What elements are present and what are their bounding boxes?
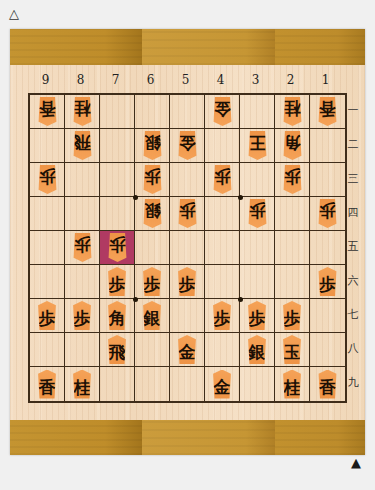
piece-glyph: 歩 [249,307,266,330]
file-label-7: 7 [98,71,133,89]
cell-4一[interactable]: 金 [205,95,240,129]
cell-9二[interactable] [30,129,65,163]
piece-gote-pawn[interactable]: 歩 [139,165,166,194]
cell-1八[interactable] [310,333,345,367]
piece-sente-pawn[interactable]: 歩 [34,301,61,330]
cell-6七[interactable]: 銀 [135,299,170,333]
file-label-5: 5 [168,71,203,89]
piece-gote-pawn[interactable]: 歩 [104,233,131,262]
cell-8九[interactable]: 桂 [65,367,100,401]
piece-glyph: 歩 [109,233,126,256]
cell-9四[interactable] [30,197,65,231]
cell-1二[interactable] [310,129,345,163]
piece-sente-lance[interactable]: 香 [34,370,61,399]
cell-4六[interactable] [205,265,240,299]
piece-gote-lance[interactable]: 香 [314,97,341,126]
piece-glyph: 歩 [39,165,56,188]
piece-glyph: 歩 [39,307,56,330]
cell-2七[interactable]: 歩 [275,299,310,333]
cell-8五[interactable]: 歩 [65,231,100,265]
cell-3七[interactable]: 歩 [240,299,275,333]
piece-sente-gold[interactable]: 金 [174,335,201,364]
piece-glyph: 歩 [74,307,91,330]
piece-glyph: 歩 [214,165,231,188]
piece-sente-pawn[interactable]: 歩 [209,301,236,330]
file-labels: 987654321 [28,71,343,89]
rank-label-9: 九 [344,365,362,399]
cell-3三[interactable] [240,163,275,197]
piece-gote-knight[interactable]: 桂 [69,97,96,126]
cell-2五[interactable] [275,231,310,265]
piece-glyph: 歩 [144,273,161,296]
cell-4四[interactable] [205,197,240,231]
piece-sente-pawn[interactable]: 歩 [314,267,341,296]
piece-sente-rook[interactable]: 飛 [104,335,131,364]
cell-4三[interactable]: 歩 [205,163,240,197]
piece-gote-pawn[interactable]: 歩 [244,199,271,228]
cell-1六[interactable]: 歩 [310,265,345,299]
cell-5三[interactable] [170,163,205,197]
cell-5六[interactable]: 歩 [170,265,205,299]
piece-glyph: 金 [214,97,231,120]
cell-3一[interactable] [240,95,275,129]
cell-6九[interactable] [135,367,170,401]
piece-sente-pawn[interactable]: 歩 [69,301,96,330]
piece-sente-pawn[interactable]: 歩 [104,267,131,296]
piece-glyph: 金 [214,376,231,399]
cell-3九[interactable] [240,367,275,401]
cell-2一[interactable]: 桂 [275,95,310,129]
cell-1七[interactable] [310,299,345,333]
piece-sente-silver[interactable]: 銀 [139,301,166,330]
cell-8一[interactable]: 桂 [65,95,100,129]
piece-glyph: 香 [39,97,56,120]
cell-8八[interactable] [65,333,100,367]
frame-wood-segment [275,420,365,455]
piece-glyph: 歩 [319,273,336,296]
piece-sente-knight[interactable]: 桂 [279,370,306,399]
piece-gote-bishop[interactable]: 角 [279,131,306,160]
cell-8四[interactable] [65,197,100,231]
cell-2六[interactable] [275,265,310,299]
piece-glyph: 歩 [179,273,196,296]
piece-sente-pawn[interactable]: 歩 [139,267,166,296]
cell-3六[interactable] [240,265,275,299]
piece-glyph: 香 [39,376,56,399]
piece-sente-pawn[interactable]: 歩 [174,267,201,296]
star-point [133,195,138,200]
piece-gote-silver[interactable]: 銀 [139,131,166,160]
cell-3四[interactable]: 歩 [240,197,275,231]
rank-label-1: 一 [344,93,362,127]
cell-7九[interactable] [100,367,135,401]
cell-4五[interactable] [205,231,240,265]
piece-glyph: 歩 [179,199,196,222]
piece-glyph: 歩 [249,199,266,222]
cell-8六[interactable] [65,265,100,299]
file-label-8: 8 [63,71,98,89]
cell-7六[interactable]: 歩 [100,265,135,299]
piece-glyph: 角 [109,307,126,330]
cell-7二[interactable] [100,129,135,163]
star-point [133,297,138,302]
cell-5七[interactable] [170,299,205,333]
board-frame-top [10,29,365,65]
cell-1四[interactable]: 歩 [310,197,345,231]
cell-1三[interactable] [310,163,345,197]
cell-4二[interactable] [205,129,240,163]
cell-2二[interactable]: 角 [275,129,310,163]
cell-6三[interactable]: 歩 [135,163,170,197]
piece-glyph: 歩 [74,233,91,256]
piece-glyph: 歩 [144,165,161,188]
board-frame-bottom [10,420,365,455]
piece-gote-pawn[interactable]: 歩 [34,165,61,194]
piece-gote-pawn[interactable]: 歩 [174,199,201,228]
cell-6二[interactable]: 銀 [135,129,170,163]
cell-6四[interactable]: 銀 [135,197,170,231]
rank-label-5: 五 [344,229,362,263]
cell-6六[interactable]: 歩 [135,265,170,299]
piece-glyph: 王 [249,131,266,154]
cell-2三[interactable]: 歩 [275,163,310,197]
piece-glyph: 飛 [74,131,91,154]
rank-label-7: 七 [344,297,362,331]
rank-label-6: 六 [344,263,362,297]
rank-label-4: 四 [344,195,362,229]
board-grid: 香桂金桂香飛銀金王角歩歩歩歩銀歩歩歩歩歩歩歩歩歩歩歩角銀歩歩歩飛金銀玉香桂金桂香 [28,93,347,403]
gote-turn-indicator: △ [9,7,19,20]
piece-glyph: 桂 [284,97,301,120]
cell-8二[interactable]: 飛 [65,129,100,163]
piece-sente-pawn[interactable]: 歩 [244,301,271,330]
rank-label-3: 三 [344,161,362,195]
cell-3八[interactable]: 銀 [240,333,275,367]
rank-labels: 一二三四五六七八九 [344,93,362,399]
piece-glyph: 金 [179,131,196,154]
cell-9一[interactable]: 香 [30,95,65,129]
piece-sente-bishop[interactable]: 角 [104,301,131,330]
cell-8三[interactable] [65,163,100,197]
piece-glyph: 歩 [214,307,231,330]
frame-wood-segment [275,29,365,65]
frame-wood-segment [10,29,142,65]
piece-sente-pawn[interactable]: 歩 [279,301,306,330]
cell-5四[interactable]: 歩 [170,197,205,231]
cell-2八[interactable]: 玉 [275,333,310,367]
file-label-1: 1 [308,71,343,89]
cell-7五[interactable]: 歩 [100,231,135,265]
piece-gote-pawn[interactable]: 歩 [209,165,236,194]
piece-glyph: 香 [319,376,336,399]
cell-6五[interactable] [135,231,170,265]
cell-1五[interactable] [310,231,345,265]
piece-gote-pawn[interactable]: 歩 [314,199,341,228]
file-label-3: 3 [238,71,273,89]
cell-7八[interactable]: 飛 [100,333,135,367]
file-label-6: 6 [133,71,168,89]
piece-glyph: 玉 [284,341,301,364]
piece-glyph: 香 [319,97,336,120]
piece-glyph: 銀 [144,131,161,154]
cell-6八[interactable] [135,333,170,367]
shogi-board: 987654321 香桂金桂香飛銀金王角歩歩歩歩銀歩歩歩歩歩歩歩歩歩歩歩角銀歩歩… [10,29,365,455]
piece-glyph: 銀 [144,307,161,330]
file-label-4: 4 [203,71,238,89]
piece-glyph: 銀 [144,199,161,222]
piece-sente-knight[interactable]: 桂 [69,370,96,399]
cell-2九[interactable]: 桂 [275,367,310,401]
cell-4八[interactable] [205,333,240,367]
piece-gote-king[interactable]: 王 [244,131,271,160]
piece-gote-pawn[interactable]: 歩 [69,233,96,262]
frame-wood-segment [142,29,275,65]
piece-gote-rook[interactable]: 飛 [69,131,96,160]
sente-turn-indicator: ▲ [351,456,361,469]
cell-9六[interactable] [30,265,65,299]
cell-5八[interactable]: 金 [170,333,205,367]
cell-7四[interactable] [100,197,135,231]
cell-5二[interactable]: 金 [170,129,205,163]
cell-7七[interactable]: 角 [100,299,135,333]
cell-9九[interactable]: 香 [30,367,65,401]
cell-3五[interactable] [240,231,275,265]
piece-sente-silver[interactable]: 銀 [244,335,271,364]
piece-sente-king[interactable]: 玉 [279,335,306,364]
piece-gote-gold[interactable]: 金 [209,97,236,126]
cell-5一[interactable] [170,95,205,129]
piece-glyph: 飛 [109,341,126,364]
cell-9八[interactable] [30,333,65,367]
piece-glyph: 角 [284,131,301,154]
cell-6一[interactable] [135,95,170,129]
file-label-9: 9 [28,71,63,89]
cell-9五[interactable] [30,231,65,265]
cell-4七[interactable]: 歩 [205,299,240,333]
piece-glyph: 銀 [249,341,266,364]
rank-label-8: 八 [344,331,362,365]
rank-label-2: 二 [344,127,362,161]
piece-glyph: 歩 [319,199,336,222]
star-point [238,195,243,200]
piece-glyph: 金 [179,341,196,364]
cell-2四[interactable] [275,197,310,231]
piece-gote-lance[interactable]: 香 [34,97,61,126]
cell-7三[interactable] [100,163,135,197]
frame-wood-segment [142,420,275,455]
cell-9七[interactable]: 歩 [30,299,65,333]
cell-7一[interactable] [100,95,135,129]
cell-5九[interactable] [170,367,205,401]
piece-glyph: 桂 [74,97,91,120]
cell-4九[interactable]: 金 [205,367,240,401]
piece-sente-lance[interactable]: 香 [314,370,341,399]
piece-glyph: 歩 [284,307,301,330]
cell-5五[interactable] [170,231,205,265]
cell-8七[interactable]: 歩 [65,299,100,333]
file-label-2: 2 [273,71,308,89]
cell-1一[interactable]: 香 [310,95,345,129]
cell-3二[interactable]: 王 [240,129,275,163]
piece-gote-pawn[interactable]: 歩 [279,165,306,194]
piece-gote-silver[interactable]: 銀 [139,199,166,228]
frame-wood-segment [10,420,142,455]
piece-glyph: 桂 [284,376,301,399]
cell-1九[interactable]: 香 [310,367,345,401]
piece-glyph: 桂 [74,376,91,399]
piece-glyph: 歩 [284,165,301,188]
piece-glyph: 歩 [109,273,126,296]
piece-gote-knight[interactable]: 桂 [279,97,306,126]
star-point [238,297,243,302]
cell-9三[interactable]: 歩 [30,163,65,197]
board-surface: 987654321 香桂金桂香飛銀金王角歩歩歩歩銀歩歩歩歩歩歩歩歩歩歩歩角銀歩歩… [10,65,365,420]
piece-gote-gold[interactable]: 金 [174,131,201,160]
piece-sente-gold[interactable]: 金 [209,370,236,399]
